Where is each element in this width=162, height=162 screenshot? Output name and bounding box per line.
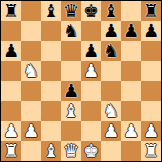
- square-g2[interactable]: ♟: [121, 121, 141, 141]
- square-e2[interactable]: [81, 121, 101, 141]
- square-g7[interactable]: ♟: [121, 21, 141, 41]
- square-h5[interactable]: [141, 61, 161, 81]
- white-rook[interactable]: ♜: [3, 141, 19, 161]
- square-b3[interactable]: [21, 101, 41, 121]
- square-h1[interactable]: ♜: [141, 141, 161, 161]
- square-c2[interactable]: [41, 121, 61, 141]
- square-f6[interactable]: ♞: [101, 41, 121, 61]
- black-pawn[interactable]: ♟: [63, 81, 79, 101]
- white-knight[interactable]: ♞: [103, 101, 119, 121]
- square-f8[interactable]: ♝: [101, 1, 121, 21]
- black-rook[interactable]: ♜: [143, 1, 159, 21]
- black-pawn[interactable]: ♟: [143, 21, 159, 41]
- square-e7[interactable]: [81, 21, 101, 41]
- black-pawn[interactable]: ♟: [123, 21, 139, 41]
- chess-board: ♜♝♛♚♝♜♞♟♟♟♟♟♞♞♟♟♝♞♟♟♟♟♟♜♝♛♚♜: [1, 1, 161, 161]
- square-d1[interactable]: ♛: [61, 141, 81, 161]
- black-pawn[interactable]: ♟: [103, 21, 119, 41]
- square-e6[interactable]: ♟: [81, 41, 101, 61]
- white-rook[interactable]: ♜: [143, 141, 159, 161]
- square-d6[interactable]: [61, 41, 81, 61]
- square-d5[interactable]: [61, 61, 81, 81]
- square-g3[interactable]: [121, 101, 141, 121]
- square-a7[interactable]: [1, 21, 21, 41]
- square-a6[interactable]: ♟: [1, 41, 21, 61]
- chess-board-frame: ♜♝♛♚♝♜♞♟♟♟♟♟♞♞♟♟♝♞♟♟♟♟♟♜♝♛♚♜: [0, 0, 162, 162]
- black-queen[interactable]: ♛: [63, 1, 79, 21]
- square-g8[interactable]: [121, 1, 141, 21]
- white-bishop[interactable]: ♝: [43, 141, 59, 161]
- square-e3[interactable]: [81, 101, 101, 121]
- square-a5[interactable]: [1, 61, 21, 81]
- square-d4[interactable]: ♟: [61, 81, 81, 101]
- square-b7[interactable]: [21, 21, 41, 41]
- square-c3[interactable]: [41, 101, 61, 121]
- square-e1[interactable]: ♚: [81, 141, 101, 161]
- black-bishop[interactable]: ♝: [103, 1, 119, 21]
- square-f2[interactable]: ♟: [101, 121, 121, 141]
- square-b6[interactable]: [21, 41, 41, 61]
- square-f4[interactable]: [101, 81, 121, 101]
- black-rook[interactable]: ♜: [3, 1, 19, 21]
- square-b8[interactable]: [21, 1, 41, 21]
- black-pawn[interactable]: ♟: [3, 41, 19, 61]
- square-d7[interactable]: ♞: [61, 21, 81, 41]
- square-a1[interactable]: ♜: [1, 141, 21, 161]
- black-knight[interactable]: ♞: [103, 41, 119, 61]
- white-pawn[interactable]: ♟: [3, 121, 19, 141]
- square-c6[interactable]: [41, 41, 61, 61]
- square-e8[interactable]: ♚: [81, 1, 101, 21]
- white-pawn[interactable]: ♟: [123, 121, 139, 141]
- square-d8[interactable]: ♛: [61, 1, 81, 21]
- square-f7[interactable]: ♟: [101, 21, 121, 41]
- square-c8[interactable]: ♝: [41, 1, 61, 21]
- square-a3[interactable]: [1, 101, 21, 121]
- white-pawn[interactable]: ♟: [83, 61, 99, 81]
- square-h4[interactable]: [141, 81, 161, 101]
- square-c4[interactable]: [41, 81, 61, 101]
- white-pawn[interactable]: ♟: [143, 121, 159, 141]
- square-h3[interactable]: [141, 101, 161, 121]
- black-bishop[interactable]: ♝: [43, 1, 59, 21]
- white-queen[interactable]: ♛: [63, 141, 79, 161]
- square-b1[interactable]: [21, 141, 41, 161]
- square-g4[interactable]: [121, 81, 141, 101]
- square-c7[interactable]: [41, 21, 61, 41]
- black-pawn[interactable]: ♟: [83, 41, 99, 61]
- square-f1[interactable]: [101, 141, 121, 161]
- square-b5[interactable]: ♞: [21, 61, 41, 81]
- square-e5[interactable]: ♟: [81, 61, 101, 81]
- white-king[interactable]: ♚: [83, 141, 99, 161]
- square-g5[interactable]: [121, 61, 141, 81]
- square-a2[interactable]: ♟: [1, 121, 21, 141]
- square-h2[interactable]: ♟: [141, 121, 161, 141]
- square-h8[interactable]: ♜: [141, 1, 161, 21]
- square-g1[interactable]: [121, 141, 141, 161]
- square-d3[interactable]: ♝: [61, 101, 81, 121]
- square-a8[interactable]: ♜: [1, 1, 21, 21]
- white-bishop[interactable]: ♝: [63, 101, 79, 121]
- square-b4[interactable]: [21, 81, 41, 101]
- square-f5[interactable]: [101, 61, 121, 81]
- square-g6[interactable]: [121, 41, 141, 61]
- square-a4[interactable]: [1, 81, 21, 101]
- square-b2[interactable]: ♟: [21, 121, 41, 141]
- square-c1[interactable]: ♝: [41, 141, 61, 161]
- square-f3[interactable]: ♞: [101, 101, 121, 121]
- white-pawn[interactable]: ♟: [103, 121, 119, 141]
- white-knight[interactable]: ♞: [23, 61, 39, 81]
- square-h6[interactable]: [141, 41, 161, 61]
- black-king[interactable]: ♚: [83, 1, 99, 21]
- white-pawn[interactable]: ♟: [23, 121, 39, 141]
- square-c5[interactable]: [41, 61, 61, 81]
- square-h7[interactable]: ♟: [141, 21, 161, 41]
- square-e4[interactable]: [81, 81, 101, 101]
- square-d2[interactable]: [61, 121, 81, 141]
- black-knight[interactable]: ♞: [63, 21, 79, 41]
